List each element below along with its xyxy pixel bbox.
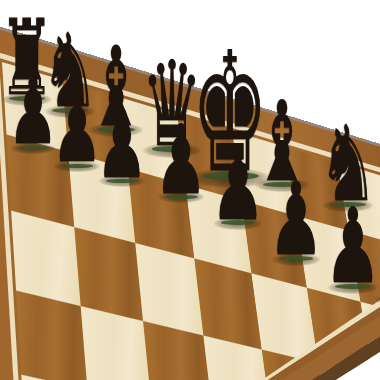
black-pawn-e7: ♟: [210, 135, 265, 234]
chess-product-photo: ♜♞♝♟♛♟♚♟♝♟♞♟♜♟♟♟: [0, 0, 380, 380]
black-pawn-d7: ♟: [154, 112, 207, 208]
black-pawn-h7: ♟: [371, 206, 380, 311]
black-pawn-f7: ♟: [268, 169, 324, 270]
pieces-layer: ♜♞♝♟♛♟♚♟♝♟♞♟♜♟♟♟: [0, 0, 380, 380]
black-pawn-c7: ♟: [96, 97, 149, 192]
